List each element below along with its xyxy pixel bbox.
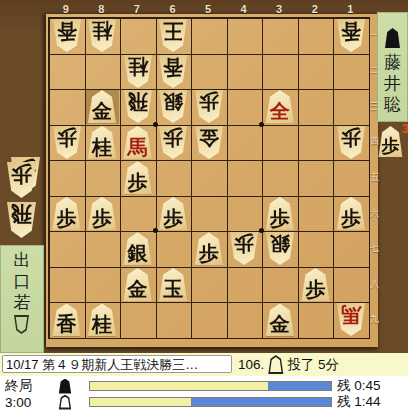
gote-player-name: 出口若: [0, 250, 44, 313]
time-bar-elapsed: [90, 398, 191, 406]
gote-piece-icon: [267, 355, 284, 374]
sente-piece-icon: [58, 379, 72, 394]
clock-row-sente: 終局残 0:45: [0, 378, 408, 394]
sente-captured-tray[interactable]: 歩3: [376, 122, 408, 182]
shogi-piece-歩[interactable]: 歩: [377, 126, 404, 157]
hand-count: 3: [402, 122, 408, 136]
move-result: 投了 5分: [287, 356, 339, 374]
shogi-app: { "game": "shogi", "event": { "title_bar…: [0, 0, 408, 411]
game-title[interactable]: 10/17 第４９期新人王戦決勝三…: [2, 355, 232, 373]
clock-label: 3:00: [5, 395, 31, 410]
time-bar-elapsed: [90, 382, 268, 390]
gote-piece-icon: [58, 395, 72, 410]
rank-label: 六: [370, 206, 379, 219]
name-char: 口: [14, 271, 31, 292]
file-label: 8: [98, 3, 104, 15]
name-char: 若: [14, 292, 31, 313]
file-label: 3: [276, 3, 282, 15]
clock-label: 終局: [5, 377, 32, 395]
name-char: 井: [384, 73, 401, 94]
rank-label: 八: [370, 277, 379, 290]
sente-marker-icon: [384, 28, 401, 48]
file-label: 9: [63, 3, 69, 15]
star-point: [153, 122, 158, 127]
remaining-time: 残 1:44: [337, 393, 381, 411]
file-label: 6: [169, 3, 175, 15]
move-info: 106. 投了 5分: [238, 353, 339, 376]
move-number: 106.: [238, 357, 264, 372]
shogi-piece-飛[interactable]: 飛: [5, 202, 38, 238]
file-label: 1: [347, 3, 353, 15]
file-label: 5: [205, 3, 211, 15]
name-char: 藤: [384, 52, 401, 73]
gote-marker-icon: [13, 315, 30, 334]
shogi-piece-歩[interactable]: 歩: [5, 162, 38, 198]
rank-label: 七: [370, 242, 379, 255]
file-label: 2: [312, 3, 318, 15]
time-bar: [89, 397, 332, 407]
rank-label: 九: [370, 313, 379, 326]
time-bar: [89, 381, 332, 391]
file-label: 7: [134, 3, 140, 15]
clock-row-gote: 3:00残 1:44: [0, 394, 408, 410]
clock-area: 終局残 0:453:00残 1:44: [0, 376, 408, 411]
sente-player-panel: 藤井聡: [377, 12, 408, 122]
sente-player-name: 藤井聡: [377, 52, 408, 115]
gote-captured-tray[interactable]: 歩歩飛: [0, 150, 46, 245]
file-label: 4: [241, 3, 247, 15]
name-char: 出: [14, 250, 31, 271]
name-char: 聡: [384, 94, 401, 115]
status-strip: 10/17 第４９期新人王戦決勝三… 106. 投了 5分: [0, 353, 408, 376]
gote-player-panel: 出口若: [0, 245, 44, 353]
